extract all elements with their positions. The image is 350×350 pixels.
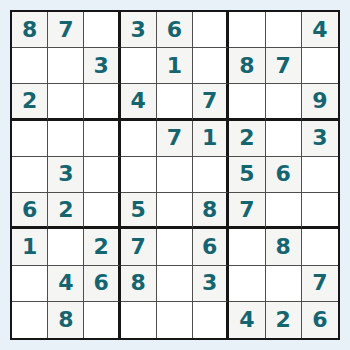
cell-r3c4[interactable]: 4 — [121, 84, 157, 120]
cell-r1c5[interactable]: 6 — [157, 12, 193, 48]
cell-r1c6[interactable] — [193, 12, 229, 48]
cell-r3c6[interactable]: 7 — [193, 84, 229, 120]
cell-r2c6[interactable] — [193, 48, 229, 84]
cell-r9c4[interactable] — [121, 302, 157, 338]
cell-r9c8[interactable]: 2 — [266, 302, 302, 338]
page: 873643187247971233566258712768468378426 — [0, 0, 350, 350]
cell-r4c1[interactable] — [12, 121, 48, 157]
cell-r5c7[interactable]: 5 — [229, 157, 265, 193]
cell-r7c5[interactable] — [157, 229, 193, 265]
cell-r2c8[interactable]: 7 — [266, 48, 302, 84]
cell-r5c8[interactable]: 6 — [266, 157, 302, 193]
cell-r8c1[interactable] — [12, 266, 48, 302]
cell-r6c6[interactable]: 8 — [193, 193, 229, 229]
cell-r1c2[interactable]: 7 — [48, 12, 84, 48]
cell-r7c4[interactable]: 7 — [121, 229, 157, 265]
cell-r3c7[interactable] — [229, 84, 265, 120]
cell-r8c3[interactable]: 6 — [84, 266, 120, 302]
cell-r4c8[interactable] — [266, 121, 302, 157]
cell-r2c5[interactable]: 1 — [157, 48, 193, 84]
cell-r2c1[interactable] — [12, 48, 48, 84]
cell-r5c5[interactable] — [157, 157, 193, 193]
cell-r8c5[interactable] — [157, 266, 193, 302]
cell-r2c3[interactable]: 3 — [84, 48, 120, 84]
cell-r3c3[interactable] — [84, 84, 120, 120]
cell-r9c5[interactable] — [157, 302, 193, 338]
cell-r8c4[interactable]: 8 — [121, 266, 157, 302]
cell-r6c3[interactable] — [84, 193, 120, 229]
cell-r8c7[interactable] — [229, 266, 265, 302]
cell-r3c1[interactable]: 2 — [12, 84, 48, 120]
cell-r7c3[interactable]: 2 — [84, 229, 120, 265]
cell-r4c4[interactable] — [121, 121, 157, 157]
cell-r3c9[interactable]: 9 — [302, 84, 338, 120]
cell-r5c9[interactable] — [302, 157, 338, 193]
cell-r2c2[interactable] — [48, 48, 84, 84]
cell-r5c6[interactable] — [193, 157, 229, 193]
cell-r2c9[interactable] — [302, 48, 338, 84]
cell-r9c1[interactable] — [12, 302, 48, 338]
cell-r5c2[interactable]: 3 — [48, 157, 84, 193]
cell-r7c7[interactable] — [229, 229, 265, 265]
cell-r1c7[interactable] — [229, 12, 265, 48]
cell-r6c8[interactable] — [266, 193, 302, 229]
cell-r8c8[interactable] — [266, 266, 302, 302]
cell-r2c4[interactable] — [121, 48, 157, 84]
cell-r1c1[interactable]: 8 — [12, 12, 48, 48]
cell-r7c2[interactable] — [48, 229, 84, 265]
cell-r9c7[interactable]: 4 — [229, 302, 265, 338]
cell-r7c6[interactable]: 6 — [193, 229, 229, 265]
cell-r3c8[interactable] — [266, 84, 302, 120]
cell-r4c7[interactable]: 2 — [229, 121, 265, 157]
cell-r5c1[interactable] — [12, 157, 48, 193]
cell-r1c9[interactable]: 4 — [302, 12, 338, 48]
cell-r1c4[interactable]: 3 — [121, 12, 157, 48]
cell-r2c7[interactable]: 8 — [229, 48, 265, 84]
cell-r8c6[interactable]: 3 — [193, 266, 229, 302]
cell-r9c6[interactable] — [193, 302, 229, 338]
sudoku-board: 873643187247971233566258712768468378426 — [10, 10, 340, 340]
cell-r7c1[interactable]: 1 — [12, 229, 48, 265]
cell-r9c2[interactable]: 8 — [48, 302, 84, 338]
cell-r6c7[interactable]: 7 — [229, 193, 265, 229]
cell-r6c9[interactable] — [302, 193, 338, 229]
cell-r6c5[interactable] — [157, 193, 193, 229]
cell-r8c9[interactable]: 7 — [302, 266, 338, 302]
cell-r7c8[interactable]: 8 — [266, 229, 302, 265]
cell-r9c9[interactable]: 6 — [302, 302, 338, 338]
cell-r1c3[interactable] — [84, 12, 120, 48]
cell-r8c2[interactable]: 4 — [48, 266, 84, 302]
cell-r3c5[interactable] — [157, 84, 193, 120]
cell-r6c1[interactable]: 6 — [12, 193, 48, 229]
cell-r4c6[interactable]: 1 — [193, 121, 229, 157]
cell-r4c3[interactable] — [84, 121, 120, 157]
cell-r5c4[interactable] — [121, 157, 157, 193]
cell-r9c3[interactable] — [84, 302, 120, 338]
cell-r4c9[interactable]: 3 — [302, 121, 338, 157]
cell-r5c3[interactable] — [84, 157, 120, 193]
cell-r4c2[interactable] — [48, 121, 84, 157]
cell-r4c5[interactable]: 7 — [157, 121, 193, 157]
cell-r6c2[interactable]: 2 — [48, 193, 84, 229]
cell-r1c8[interactable] — [266, 12, 302, 48]
cell-r3c2[interactable] — [48, 84, 84, 120]
cell-r6c4[interactable]: 5 — [121, 193, 157, 229]
cell-r7c9[interactable] — [302, 229, 338, 265]
